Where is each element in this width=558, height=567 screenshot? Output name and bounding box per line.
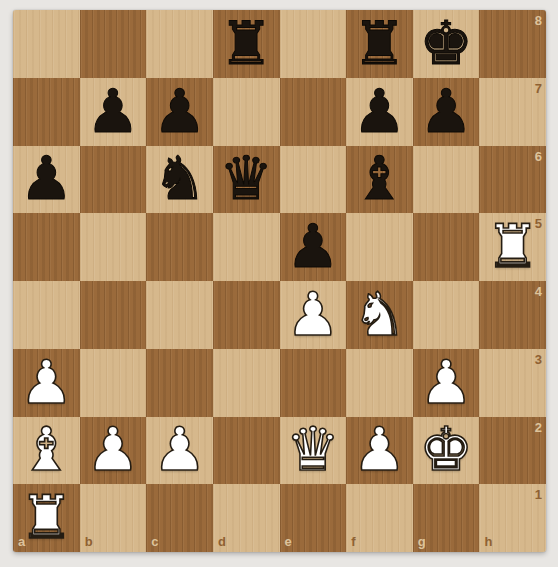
square-f5[interactable] — [346, 213, 413, 281]
white-king-g2[interactable]: ♚ — [419, 419, 473, 479]
square-g1[interactable]: g — [413, 484, 480, 552]
square-e1[interactable]: e — [280, 484, 347, 552]
square-d4[interactable] — [213, 281, 280, 349]
square-g8[interactable]: ♚ — [413, 10, 480, 78]
square-b1[interactable]: b — [80, 484, 147, 552]
white-pawn-a3[interactable]: ♟ — [19, 352, 73, 412]
black-rook-f8[interactable]: ♜ — [353, 13, 407, 73]
black-pawn-a6[interactable]: ♟ — [19, 148, 73, 208]
square-h7[interactable]: 7 — [479, 78, 546, 146]
square-c3[interactable] — [146, 349, 213, 417]
black-queen-d6[interactable]: ♛ — [219, 148, 273, 208]
square-g6[interactable] — [413, 146, 480, 214]
coord-rank-4: 4 — [535, 285, 542, 298]
black-pawn-f7[interactable]: ♟ — [353, 81, 407, 141]
white-bishop-a2[interactable]: ♝ — [19, 419, 73, 479]
square-e4[interactable]: ♟ — [280, 281, 347, 349]
black-rook-d8[interactable]: ♜ — [219, 13, 273, 73]
black-pawn-c7[interactable]: ♟ — [153, 81, 207, 141]
white-pawn-b2[interactable]: ♟ — [86, 419, 140, 479]
square-a5[interactable] — [13, 213, 80, 281]
square-d2[interactable] — [213, 417, 280, 485]
square-f7[interactable]: ♟ — [346, 78, 413, 146]
white-pawn-c2[interactable]: ♟ — [153, 419, 207, 479]
square-h8[interactable]: 8 — [479, 10, 546, 78]
black-pawn-g7[interactable]: ♟ — [419, 81, 473, 141]
coord-file-g: g — [418, 535, 426, 548]
black-bishop-f6[interactable]: ♝ — [353, 148, 407, 208]
white-rook-h5[interactable]: ♜ — [486, 216, 540, 276]
square-b8[interactable] — [80, 10, 147, 78]
coord-rank-1: 1 — [535, 488, 542, 501]
square-a2[interactable]: ♝ — [13, 417, 80, 485]
square-a3[interactable]: ♟ — [13, 349, 80, 417]
white-queen-e2[interactable]: ♛ — [286, 419, 340, 479]
square-a1[interactable]: ♜a — [13, 484, 80, 552]
coord-rank-6: 6 — [535, 150, 542, 163]
square-c1[interactable]: c — [146, 484, 213, 552]
square-a4[interactable] — [13, 281, 80, 349]
square-c6[interactable]: ♞ — [146, 146, 213, 214]
black-king-g8[interactable]: ♚ — [419, 13, 473, 73]
square-c5[interactable] — [146, 213, 213, 281]
coord-file-c: c — [151, 535, 158, 548]
square-g7[interactable]: ♟ — [413, 78, 480, 146]
square-d1[interactable]: d — [213, 484, 280, 552]
square-g3[interactable]: ♟ — [413, 349, 480, 417]
square-b4[interactable] — [80, 281, 147, 349]
white-pawn-f2[interactable]: ♟ — [353, 419, 407, 479]
white-pawn-e4[interactable]: ♟ — [286, 284, 340, 344]
square-d8[interactable]: ♜ — [213, 10, 280, 78]
square-b3[interactable] — [80, 349, 147, 417]
square-h1[interactable]: 1h — [479, 484, 546, 552]
square-d3[interactable] — [213, 349, 280, 417]
square-g5[interactable] — [413, 213, 480, 281]
square-c2[interactable]: ♟ — [146, 417, 213, 485]
square-c8[interactable] — [146, 10, 213, 78]
square-a8[interactable] — [13, 10, 80, 78]
square-b6[interactable] — [80, 146, 147, 214]
square-h4[interactable]: 4 — [479, 281, 546, 349]
black-pawn-e5[interactable]: ♟ — [286, 216, 340, 276]
square-d6[interactable]: ♛ — [213, 146, 280, 214]
square-g4[interactable] — [413, 281, 480, 349]
square-a6[interactable]: ♟ — [13, 146, 80, 214]
coord-file-b: b — [85, 535, 93, 548]
chess-board[interactable]: ♜♜♚8♟♟♟♟7♟♞♛♝6♟♜5♟♞4♟♟3♝♟♟♛♟♚2♜abcdefg1h — [13, 10, 546, 552]
square-e2[interactable]: ♛ — [280, 417, 347, 485]
square-h6[interactable]: 6 — [479, 146, 546, 214]
square-f3[interactable] — [346, 349, 413, 417]
square-b7[interactable]: ♟ — [80, 78, 147, 146]
square-h5[interactable]: ♜5 — [479, 213, 546, 281]
square-e6[interactable] — [280, 146, 347, 214]
coord-file-h: h — [484, 535, 492, 548]
coord-file-d: d — [218, 535, 226, 548]
square-h3[interactable]: 3 — [479, 349, 546, 417]
square-c4[interactable] — [146, 281, 213, 349]
square-f6[interactable]: ♝ — [346, 146, 413, 214]
square-e7[interactable] — [280, 78, 347, 146]
square-c7[interactable]: ♟ — [146, 78, 213, 146]
white-pawn-g3[interactable]: ♟ — [419, 352, 473, 412]
square-f1[interactable]: f — [346, 484, 413, 552]
square-e8[interactable] — [280, 10, 347, 78]
coord-rank-8: 8 — [535, 14, 542, 27]
black-pawn-b7[interactable]: ♟ — [86, 81, 140, 141]
square-f4[interactable]: ♞ — [346, 281, 413, 349]
square-e5[interactable]: ♟ — [280, 213, 347, 281]
square-b2[interactable]: ♟ — [80, 417, 147, 485]
square-g2[interactable]: ♚ — [413, 417, 480, 485]
square-h2[interactable]: 2 — [479, 417, 546, 485]
coord-rank-2: 2 — [535, 421, 542, 434]
square-d5[interactable] — [213, 213, 280, 281]
coord-file-e: e — [285, 535, 292, 548]
white-knight-f4[interactable]: ♞ — [353, 284, 407, 344]
white-rook-a1[interactable]: ♜ — [19, 487, 73, 547]
square-d7[interactable] — [213, 78, 280, 146]
square-a7[interactable] — [13, 78, 80, 146]
coord-rank-3: 3 — [535, 353, 542, 366]
square-f2[interactable]: ♟ — [346, 417, 413, 485]
square-b5[interactable] — [80, 213, 147, 281]
coord-rank-7: 7 — [535, 82, 542, 95]
square-f8[interactable]: ♜ — [346, 10, 413, 78]
square-e3[interactable] — [280, 349, 347, 417]
coord-file-f: f — [351, 535, 355, 548]
black-knight-c6[interactable]: ♞ — [153, 148, 207, 208]
